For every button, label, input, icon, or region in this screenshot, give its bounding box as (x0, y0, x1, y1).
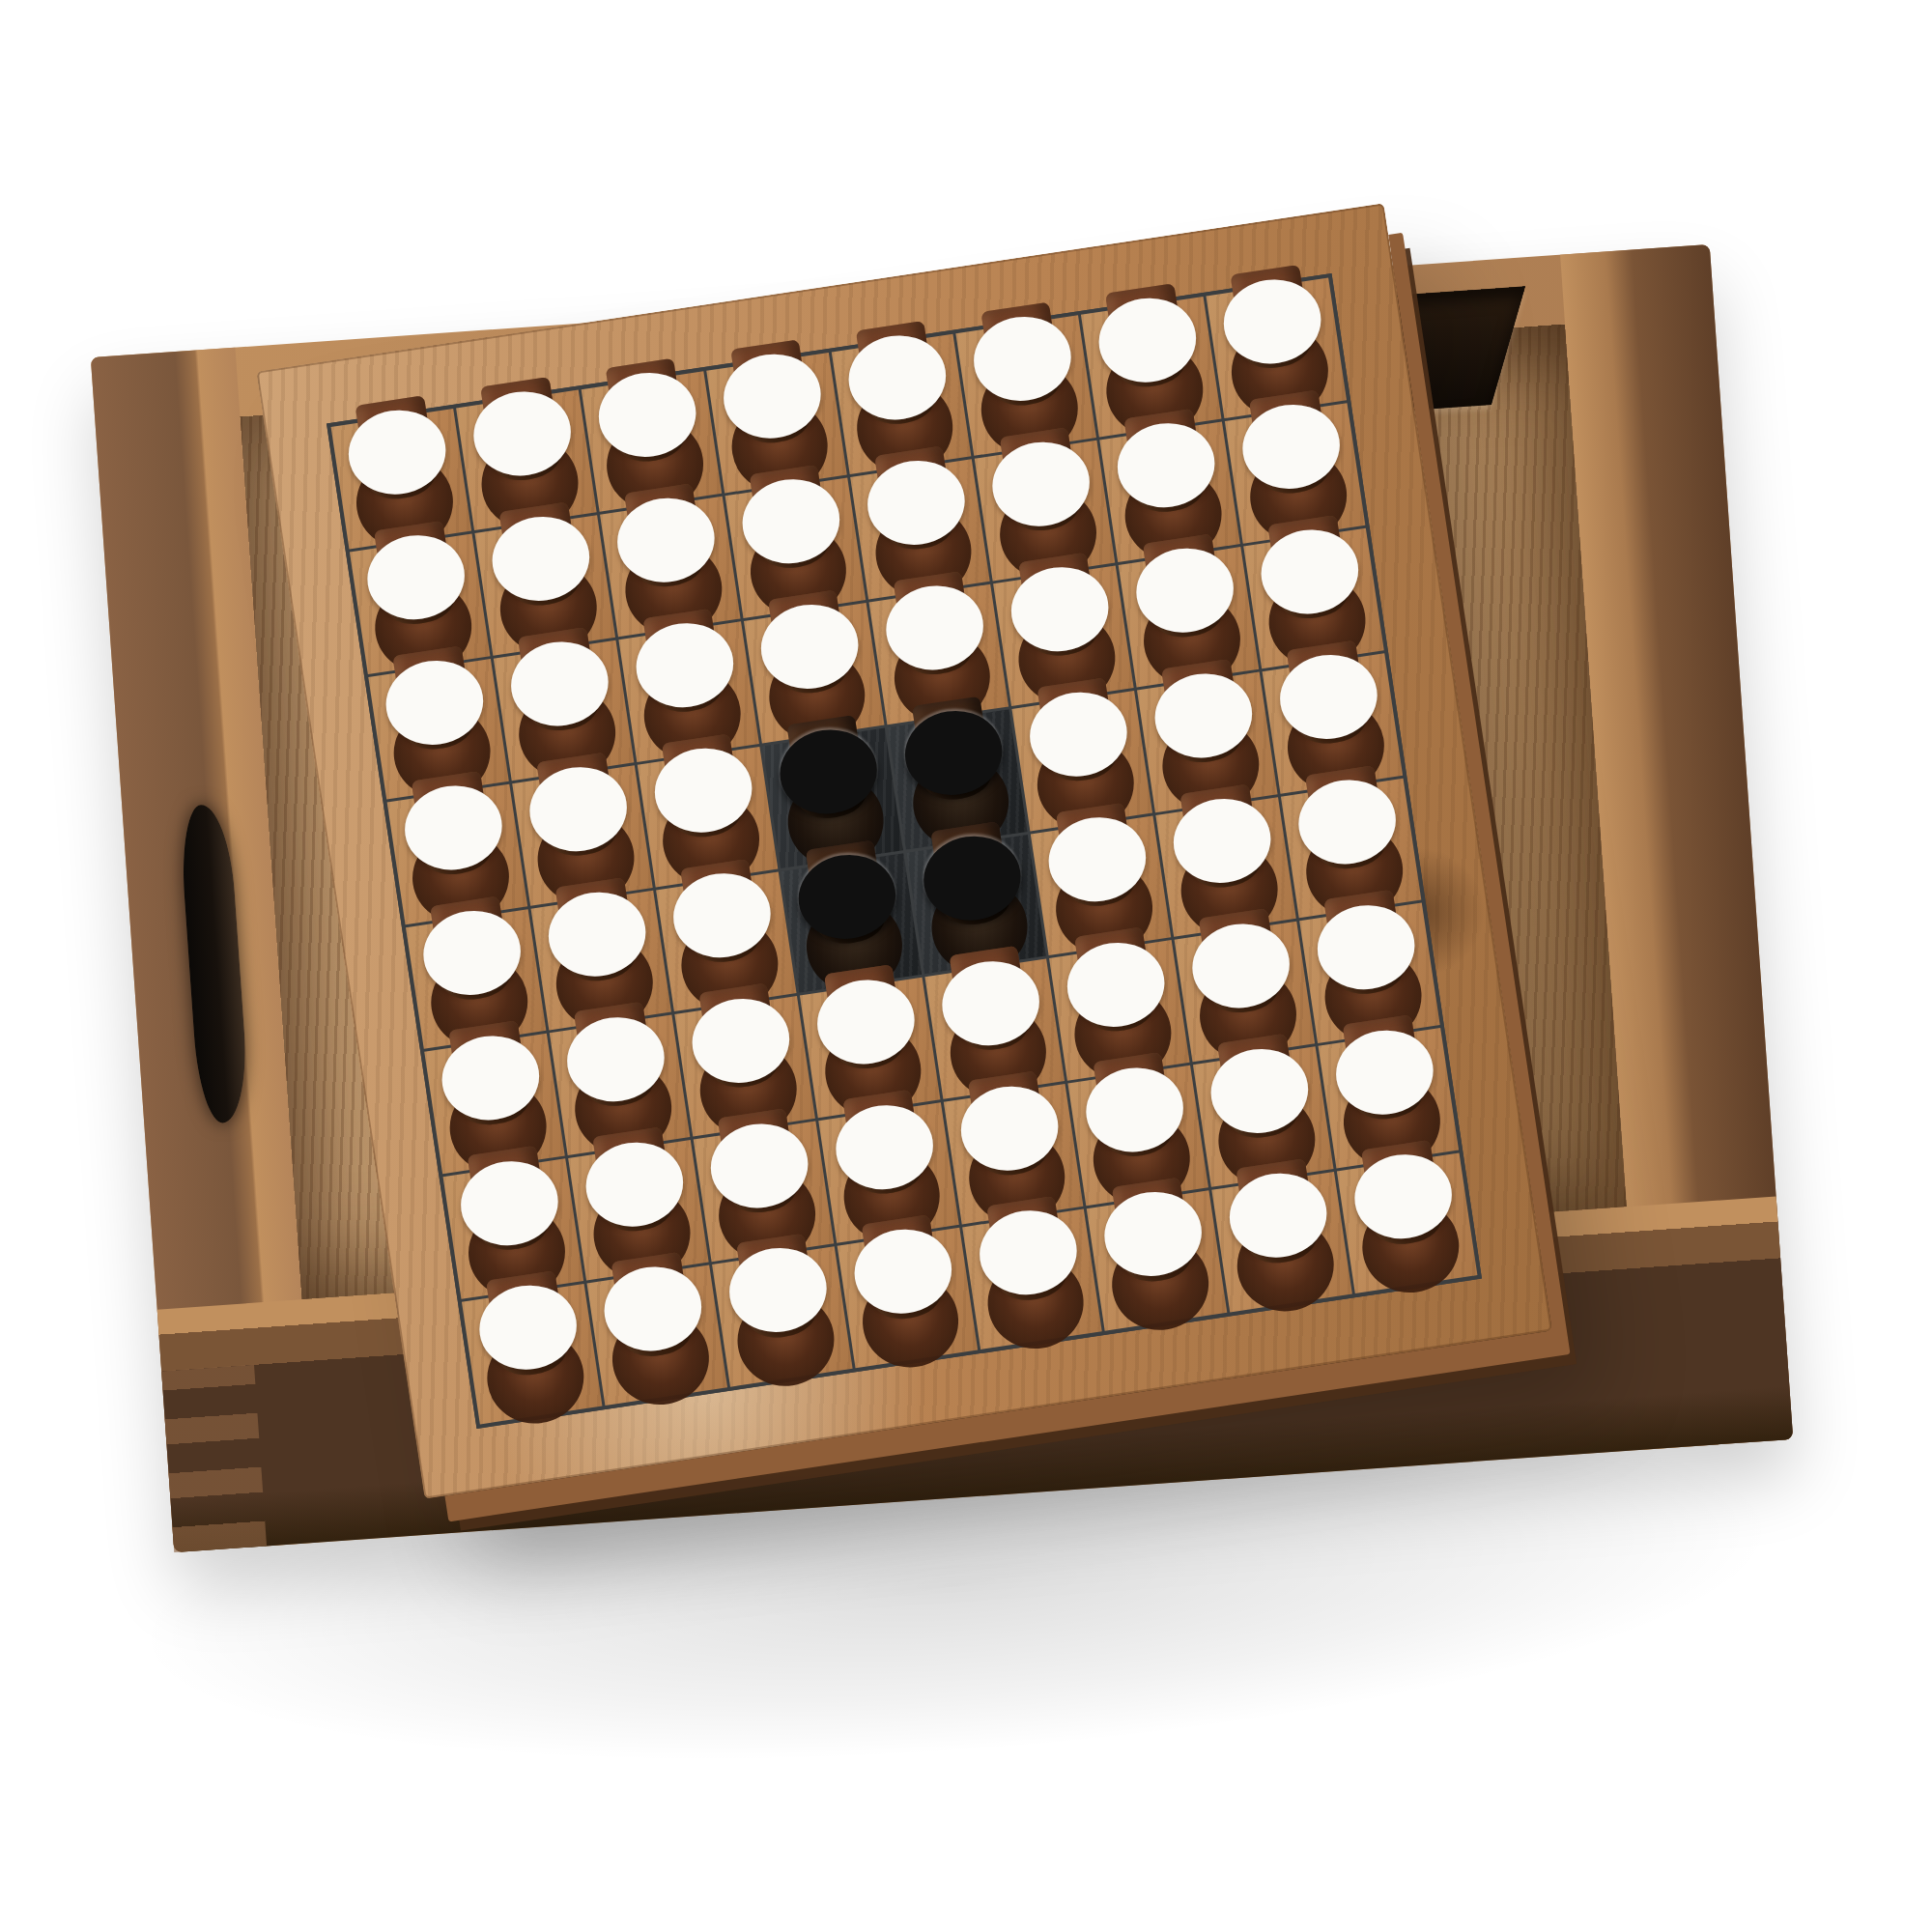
white-disc-top: ● (745, 575, 871, 699)
white-disc-top: ● (945, 1056, 1071, 1180)
white-disc-top: ● (1227, 375, 1353, 499)
white-disc-top: ● (514, 737, 640, 862)
white-disc-top: ● (708, 325, 835, 449)
white-disc-top: ● (639, 718, 765, 842)
black-disc-top: ● (782, 825, 909, 950)
white-disc-top: ● (1070, 1037, 1197, 1162)
white-disc-top: ● (820, 1074, 947, 1199)
white-disc-top: ● (370, 631, 497, 755)
white-disc-top: ● (1339, 1125, 1465, 1250)
white-disc-top: ● (695, 1094, 821, 1218)
white-disc-top: ● (1301, 875, 1428, 1000)
white-disc-top: ● (532, 862, 659, 986)
black-disc-top: ● (764, 699, 891, 824)
white-disc-top: ● (1213, 1144, 1340, 1268)
white-disc-top: ● (658, 843, 784, 968)
white-disc-top: ● (958, 287, 1085, 412)
black-disc-top: ● (889, 681, 1015, 806)
white-disc-top: ● (570, 1112, 696, 1236)
white-disc-top: ● (458, 362, 584, 487)
white-disc-top: ● (1089, 1162, 1215, 1287)
white-disc-top: ● (1195, 1018, 1321, 1143)
white-disc-top: ● (620, 593, 747, 718)
white-disc-top: ● (464, 1256, 590, 1380)
finger-joint (161, 1365, 267, 1552)
white-disc-top: ● (352, 505, 478, 630)
white-disc-top: ● (833, 305, 959, 430)
white-disc-top: ● (1283, 750, 1409, 874)
white-disc-top: ● (995, 537, 1122, 662)
white-disc-top: ● (495, 611, 621, 736)
white-disc-top: ● (977, 412, 1103, 537)
board-grid: ●●●●●●●●●●●●●●●●●●●●●●●●●●●●●●●●●●●●●●●●… (327, 273, 1482, 1429)
white-disc-top: ● (388, 755, 515, 880)
white-disc-top: ● (676, 968, 803, 1093)
board-cell-c8[interactable]: ● (712, 1246, 852, 1386)
white-disc-top: ● (1139, 643, 1265, 768)
white-disc-top: ● (1177, 894, 1303, 1018)
white-disc-top: ● (444, 1130, 571, 1255)
white-disc-top: ● (926, 931, 1053, 1056)
white-disc-top: ● (964, 1181, 1091, 1306)
board-cell-b8[interactable]: ● (586, 1265, 726, 1406)
white-disc-top: ● (838, 1200, 965, 1324)
white-disc-top: ● (588, 1237, 715, 1362)
white-disc-top: ● (1320, 1000, 1446, 1124)
scene: ●●●●●●●●●●●●●●●●●●●●●●●●●●●●●●●●●●●●●●●●… (0, 0, 1932, 1932)
board-cell-a8[interactable]: ● (462, 1284, 602, 1424)
white-disc-top: ● (1245, 499, 1372, 624)
white-disc-top: ● (1207, 249, 1334, 374)
white-disc-top: ● (426, 1006, 553, 1130)
white-disc-top: ● (582, 343, 709, 468)
white-disc-top: ● (1264, 625, 1390, 750)
black-disc-top: ● (907, 806, 1034, 930)
white-disc-top: ● (1121, 519, 1247, 643)
white-disc-top: ● (1051, 912, 1178, 1037)
white-disc-top: ● (602, 469, 728, 593)
white-disc-top: ● (476, 487, 603, 611)
white-disc-top: ● (1083, 269, 1209, 393)
white-disc-top: ● (1101, 393, 1228, 518)
board-cell-g8[interactable]: ● (1212, 1172, 1352, 1312)
white-disc-top: ● (408, 881, 534, 1006)
white-disc-top: ● (552, 987, 678, 1112)
white-disc-top: ● (851, 431, 978, 555)
board-cell-h8[interactable]: ● (1337, 1153, 1477, 1293)
board-cell-e8[interactable]: ● (962, 1209, 1102, 1350)
white-disc-top: ● (332, 381, 459, 505)
white-disc-top: ● (1033, 787, 1159, 912)
white-disc-top: ● (726, 449, 853, 574)
white-disc-top: ● (714, 1218, 840, 1343)
white-disc-top: ● (801, 950, 927, 1074)
board-cell-f8[interactable]: ● (1087, 1190, 1227, 1330)
white-disc-top: ● (870, 555, 997, 680)
board-cell-d8[interactable]: ● (837, 1228, 977, 1368)
white-disc-top: ● (1157, 769, 1284, 894)
game-board-lid[interactable]: ●●●●●●●●●●●●●●●●●●●●●●●●●●●●●●●●●●●●●●●●… (256, 203, 1551, 1498)
white-disc-top: ● (1014, 662, 1141, 786)
